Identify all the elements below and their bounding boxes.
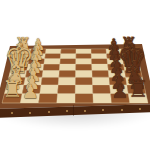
piece-black-rook-a8[interactable]: ♜: [128, 78, 149, 101]
piece-black-pawn-a7[interactable]: ♟: [111, 82, 128, 101]
chess-set-photo: ♜♞♝♛♚♝♞♜♟♟♟♟♟♟♟♟♟♟♟♟♟♟♟♟♜♞♝♛♚♝♞♜: [0, 0, 150, 150]
piece-white-pawn-a2[interactable]: ♟: [22, 82, 39, 101]
piece-white-rook-a1[interactable]: ♜: [2, 78, 23, 101]
chess-pieces: ♜♞♝♛♚♝♞♜♟♟♟♟♟♟♟♟♟♟♟♟♟♟♟♟♜♞♝♛♚♝♞♜: [0, 0, 150, 150]
